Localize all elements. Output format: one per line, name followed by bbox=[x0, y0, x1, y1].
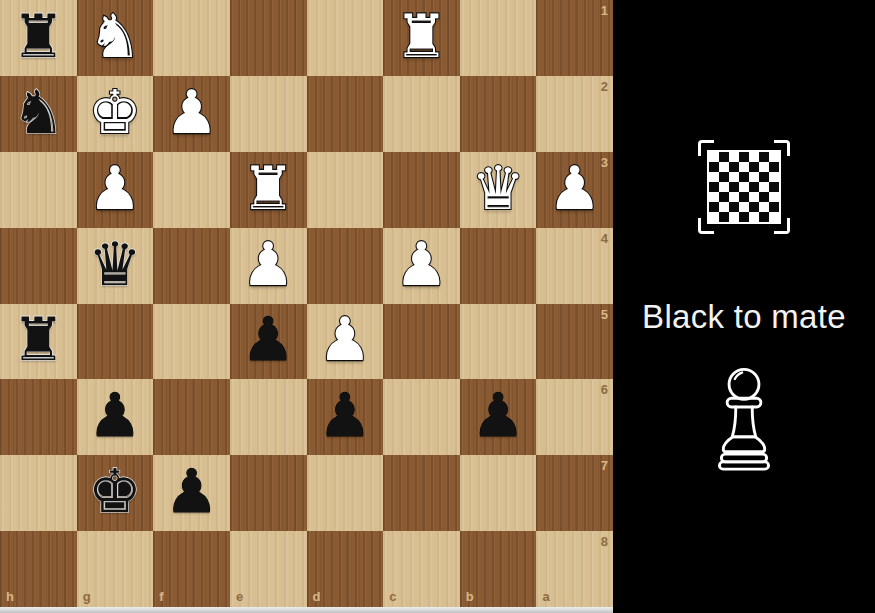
black-queen-g4[interactable]: ♛ bbox=[88, 234, 142, 294]
square-a8[interactable]: 8a bbox=[536, 531, 613, 607]
square-c3[interactable] bbox=[383, 152, 460, 228]
black-pawn-e5[interactable]: ♟ bbox=[241, 309, 295, 369]
white-rook-e3[interactable]: ♜ bbox=[241, 158, 295, 218]
square-g2[interactable]: ♚ bbox=[77, 76, 154, 152]
square-f8[interactable]: f bbox=[153, 531, 230, 607]
square-f2[interactable]: ♟ bbox=[153, 76, 230, 152]
file-label-e: e bbox=[236, 590, 243, 603]
white-pawn-c4[interactable]: ♟ bbox=[395, 234, 449, 294]
square-f5[interactable] bbox=[153, 304, 230, 380]
square-a4[interactable]: 4 bbox=[536, 228, 613, 304]
square-e8[interactable]: e bbox=[230, 531, 307, 607]
pawn-icon bbox=[715, 366, 773, 472]
black-knight-h2[interactable]: ♞ bbox=[11, 82, 65, 142]
black-pawn-d6[interactable]: ♟ bbox=[318, 385, 372, 445]
square-d6[interactable]: ♟ bbox=[307, 379, 384, 455]
square-h6[interactable] bbox=[0, 379, 77, 455]
file-label-d: d bbox=[313, 590, 321, 603]
file-label-g: g bbox=[83, 590, 91, 603]
rank-label-6: 6 bbox=[601, 383, 608, 396]
black-pawn-f7[interactable]: ♟ bbox=[165, 461, 219, 521]
white-pawn-d5[interactable]: ♟ bbox=[318, 309, 372, 369]
board-area: ♜♞♜1♞♚♟2♟♜♛♟3♛♟♟4♜♟♟5♟♟♟6♚♟7hgfedcb8a bbox=[0, 0, 613, 613]
rank-label-5: 5 bbox=[601, 308, 608, 321]
white-pawn-g3[interactable]: ♟ bbox=[88, 158, 142, 218]
square-a7[interactable]: 7 bbox=[536, 455, 613, 531]
square-c4[interactable]: ♟ bbox=[383, 228, 460, 304]
square-c7[interactable] bbox=[383, 455, 460, 531]
square-a5[interactable]: 5 bbox=[536, 304, 613, 380]
square-h3[interactable] bbox=[0, 152, 77, 228]
square-c5[interactable] bbox=[383, 304, 460, 380]
white-queen-b3[interactable]: ♛ bbox=[471, 158, 525, 218]
square-g4[interactable]: ♛ bbox=[77, 228, 154, 304]
square-d5[interactable]: ♟ bbox=[307, 304, 384, 380]
sidebar: Black to mate bbox=[613, 0, 875, 613]
square-f6[interactable] bbox=[153, 379, 230, 455]
square-e3[interactable]: ♜ bbox=[230, 152, 307, 228]
square-e6[interactable] bbox=[230, 379, 307, 455]
square-f4[interactable] bbox=[153, 228, 230, 304]
square-d1[interactable] bbox=[307, 0, 384, 76]
rank-label-7: 7 bbox=[601, 459, 608, 472]
white-pawn-e4[interactable]: ♟ bbox=[241, 234, 295, 294]
chess-board[interactable]: ♜♞♜1♞♚♟2♟♜♛♟3♛♟♟4♜♟♟5♟♟♟6♚♟7hgfedcb8a bbox=[0, 0, 613, 607]
black-rook-h5[interactable]: ♜ bbox=[11, 309, 65, 369]
square-a3[interactable]: ♟3 bbox=[536, 152, 613, 228]
rank-label-8: 8 bbox=[601, 535, 608, 548]
black-pawn-g6[interactable]: ♟ bbox=[88, 385, 142, 445]
black-pawn-b6[interactable]: ♟ bbox=[471, 385, 525, 445]
square-e5[interactable]: ♟ bbox=[230, 304, 307, 380]
square-c2[interactable] bbox=[383, 76, 460, 152]
square-h2[interactable]: ♞ bbox=[0, 76, 77, 152]
square-h1[interactable]: ♜ bbox=[0, 0, 77, 76]
square-e7[interactable] bbox=[230, 455, 307, 531]
white-king-g2[interactable]: ♚ bbox=[88, 82, 142, 142]
square-d7[interactable] bbox=[307, 455, 384, 531]
white-pawn-a3[interactable]: ♟ bbox=[548, 158, 602, 218]
square-a1[interactable]: 1 bbox=[536, 0, 613, 76]
square-h4[interactable] bbox=[0, 228, 77, 304]
square-g1[interactable]: ♞ bbox=[77, 0, 154, 76]
square-e2[interactable] bbox=[230, 76, 307, 152]
black-rook-h1[interactable]: ♜ bbox=[11, 6, 65, 66]
square-d3[interactable] bbox=[307, 152, 384, 228]
square-c8[interactable]: c bbox=[383, 531, 460, 607]
square-c6[interactable] bbox=[383, 379, 460, 455]
square-g6[interactable]: ♟ bbox=[77, 379, 154, 455]
square-b7[interactable] bbox=[460, 455, 537, 531]
square-g7[interactable]: ♚ bbox=[77, 455, 154, 531]
square-d8[interactable]: d bbox=[307, 531, 384, 607]
square-g3[interactable]: ♟ bbox=[77, 152, 154, 228]
square-e1[interactable] bbox=[230, 0, 307, 76]
white-knight-g1[interactable]: ♞ bbox=[88, 6, 142, 66]
square-h8[interactable]: h bbox=[0, 531, 77, 607]
square-b2[interactable] bbox=[460, 76, 537, 152]
square-e4[interactable]: ♟ bbox=[230, 228, 307, 304]
square-g8[interactable]: g bbox=[77, 531, 154, 607]
file-label-h: h bbox=[6, 590, 14, 603]
square-f7[interactable]: ♟ bbox=[153, 455, 230, 531]
rank-label-2: 2 bbox=[601, 80, 608, 93]
black-king-g7[interactable]: ♚ bbox=[88, 461, 142, 521]
square-b5[interactable] bbox=[460, 304, 537, 380]
square-c1[interactable]: ♜ bbox=[383, 0, 460, 76]
rank-label-1: 1 bbox=[601, 4, 608, 17]
square-b8[interactable]: b bbox=[460, 531, 537, 607]
square-b3[interactable]: ♛ bbox=[460, 152, 537, 228]
file-label-a: a bbox=[542, 590, 549, 603]
square-a6[interactable]: 6 bbox=[536, 379, 613, 455]
square-g5[interactable] bbox=[77, 304, 154, 380]
square-d4[interactable] bbox=[307, 228, 384, 304]
checkerboard-icon bbox=[707, 150, 781, 224]
white-pawn-f2[interactable]: ♟ bbox=[165, 82, 219, 142]
file-label-b: b bbox=[466, 590, 474, 603]
board-bottom-edge bbox=[0, 607, 613, 613]
board-scan-icon bbox=[698, 140, 790, 234]
square-a2[interactable]: 2 bbox=[536, 76, 613, 152]
square-b1[interactable] bbox=[460, 0, 537, 76]
chess-puzzle-app: ♜♞♜1♞♚♟2♟♜♛♟3♛♟♟4♜♟♟5♟♟♟6♚♟7hgfedcb8a Bl… bbox=[0, 0, 875, 613]
rank-label-4: 4 bbox=[601, 232, 608, 245]
square-f1[interactable] bbox=[153, 0, 230, 76]
square-h5[interactable]: ♜ bbox=[0, 304, 77, 380]
square-h7[interactable] bbox=[0, 455, 77, 531]
file-label-c: c bbox=[389, 590, 396, 603]
square-f3[interactable] bbox=[153, 152, 230, 228]
file-label-f: f bbox=[159, 590, 163, 603]
square-b4[interactable] bbox=[460, 228, 537, 304]
white-rook-c1[interactable]: ♜ bbox=[395, 6, 449, 66]
square-b6[interactable]: ♟ bbox=[460, 379, 537, 455]
rank-label-3: 3 bbox=[601, 156, 608, 169]
square-d2[interactable] bbox=[307, 76, 384, 152]
puzzle-prompt: Black to mate bbox=[642, 298, 846, 336]
